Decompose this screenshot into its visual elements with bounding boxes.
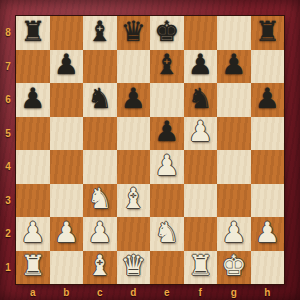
square-h8[interactable]: ♜ — [251, 16, 285, 50]
rank-label-8: 8 — [0, 16, 16, 50]
square-f2[interactable] — [184, 217, 218, 251]
rank-label-1: 1 — [0, 251, 16, 285]
square-g8[interactable] — [217, 16, 251, 50]
square-f5[interactable]: ♟ — [184, 117, 218, 151]
black-knight: ♞ — [188, 85, 213, 113]
square-f4[interactable] — [184, 150, 218, 184]
square-f6[interactable]: ♞ — [184, 83, 218, 117]
black-pawn: ♟ — [121, 85, 146, 113]
rank-label-7: 7 — [0, 50, 16, 84]
square-e4[interactable]: ♟ — [150, 150, 184, 184]
square-b7[interactable]: ♟ — [50, 50, 84, 84]
file-label-g: g — [217, 284, 251, 300]
black-bishop: ♝ — [87, 18, 112, 46]
white-rook: ♜ — [20, 252, 45, 280]
square-c1[interactable]: ♝ — [83, 251, 117, 285]
file-label-b: b — [50, 284, 84, 300]
rank-label-2: 2 — [0, 217, 16, 251]
square-g5[interactable] — [217, 117, 251, 151]
square-b3[interactable] — [50, 184, 84, 218]
square-h5[interactable] — [251, 117, 285, 151]
square-e5[interactable]: ♟ — [150, 117, 184, 151]
black-pawn: ♟ — [54, 51, 79, 79]
black-pawn: ♟ — [20, 85, 45, 113]
white-pawn: ♟ — [20, 219, 45, 247]
rank-labels: 87654321 — [0, 16, 16, 284]
file-label-c: c — [83, 284, 117, 300]
square-g7[interactable]: ♟ — [217, 50, 251, 84]
black-king: ♚ — [154, 18, 179, 46]
square-c8[interactable]: ♝ — [83, 16, 117, 50]
square-e3[interactable] — [150, 184, 184, 218]
white-rook: ♜ — [188, 252, 213, 280]
white-pawn: ♟ — [221, 219, 246, 247]
rank-label-3: 3 — [0, 184, 16, 218]
black-pawn: ♟ — [188, 51, 213, 79]
square-d2[interactable] — [117, 217, 151, 251]
square-a1[interactable]: ♜ — [16, 251, 50, 285]
square-d4[interactable] — [117, 150, 151, 184]
square-d5[interactable] — [117, 117, 151, 151]
square-g1[interactable]: ♚ — [217, 251, 251, 285]
black-pawn: ♟ — [255, 85, 280, 113]
square-d8[interactable]: ♛ — [117, 16, 151, 50]
file-labels: abcdefgh — [16, 284, 284, 300]
square-d1[interactable]: ♛ — [117, 251, 151, 285]
white-bishop: ♝ — [87, 252, 112, 280]
square-b1[interactable] — [50, 251, 84, 285]
square-b4[interactable] — [50, 150, 84, 184]
black-pawn: ♟ — [154, 118, 179, 146]
square-g2[interactable]: ♟ — [217, 217, 251, 251]
square-g6[interactable] — [217, 83, 251, 117]
square-f8[interactable] — [184, 16, 218, 50]
square-h4[interactable] — [251, 150, 285, 184]
rank-label-5: 5 — [0, 117, 16, 151]
black-knight: ♞ — [87, 85, 112, 113]
square-d7[interactable] — [117, 50, 151, 84]
square-a6[interactable]: ♟ — [16, 83, 50, 117]
square-d6[interactable]: ♟ — [117, 83, 151, 117]
square-g4[interactable] — [217, 150, 251, 184]
square-b6[interactable] — [50, 83, 84, 117]
square-h6[interactable]: ♟ — [251, 83, 285, 117]
white-pawn: ♟ — [188, 118, 213, 146]
square-a2[interactable]: ♟ — [16, 217, 50, 251]
square-c2[interactable]: ♟ — [83, 217, 117, 251]
file-label-e: e — [150, 284, 184, 300]
chess-diagram: ♜♝♛♚♜♟♝♟♟♟♞♟♞♟♟♟♟♞♝♟♟♟♞♟♟♜♝♛♜♚ 87654321 … — [0, 0, 300, 300]
square-c6[interactable]: ♞ — [83, 83, 117, 117]
black-queen: ♛ — [121, 18, 146, 46]
square-e8[interactable]: ♚ — [150, 16, 184, 50]
rank-label-6: 6 — [0, 83, 16, 117]
square-f1[interactable]: ♜ — [184, 251, 218, 285]
square-a8[interactable]: ♜ — [16, 16, 50, 50]
square-c3[interactable]: ♞ — [83, 184, 117, 218]
square-e7[interactable]: ♝ — [150, 50, 184, 84]
white-pawn: ♟ — [54, 219, 79, 247]
square-a7[interactable] — [16, 50, 50, 84]
white-queen: ♛ — [121, 252, 146, 280]
square-c4[interactable] — [83, 150, 117, 184]
white-knight: ♞ — [154, 219, 179, 247]
black-pawn: ♟ — [221, 51, 246, 79]
square-a5[interactable] — [16, 117, 50, 151]
square-d3[interactable]: ♝ — [117, 184, 151, 218]
file-label-h: h — [251, 284, 285, 300]
square-b2[interactable]: ♟ — [50, 217, 84, 251]
square-a4[interactable] — [16, 150, 50, 184]
square-a3[interactable] — [16, 184, 50, 218]
square-h7[interactable] — [251, 50, 285, 84]
white-pawn: ♟ — [87, 219, 112, 247]
square-e2[interactable]: ♞ — [150, 217, 184, 251]
square-c5[interactable] — [83, 117, 117, 151]
square-f3[interactable] — [184, 184, 218, 218]
file-label-f: f — [184, 284, 218, 300]
white-pawn: ♟ — [255, 219, 280, 247]
white-pawn: ♟ — [154, 152, 179, 180]
file-label-d: d — [117, 284, 151, 300]
square-h3[interactable] — [251, 184, 285, 218]
rank-label-4: 4 — [0, 150, 16, 184]
square-h1[interactable] — [251, 251, 285, 285]
chess-board: ♜♝♛♚♜♟♝♟♟♟♞♟♞♟♟♟♟♞♝♟♟♟♞♟♟♜♝♛♜♚ — [16, 16, 284, 284]
square-g3[interactable] — [217, 184, 251, 218]
white-knight: ♞ — [87, 185, 112, 213]
black-rook: ♜ — [20, 18, 45, 46]
square-e6[interactable] — [150, 83, 184, 117]
black-bishop: ♝ — [154, 51, 179, 79]
square-e1[interactable] — [150, 251, 184, 285]
square-f7[interactable]: ♟ — [184, 50, 218, 84]
square-h2[interactable]: ♟ — [251, 217, 285, 251]
square-c7[interactable] — [83, 50, 117, 84]
white-king: ♚ — [221, 252, 246, 280]
black-rook: ♜ — [255, 18, 280, 46]
white-bishop: ♝ — [121, 185, 146, 213]
file-label-a: a — [16, 284, 50, 300]
square-b5[interactable] — [50, 117, 84, 151]
square-b8[interactable] — [50, 16, 84, 50]
